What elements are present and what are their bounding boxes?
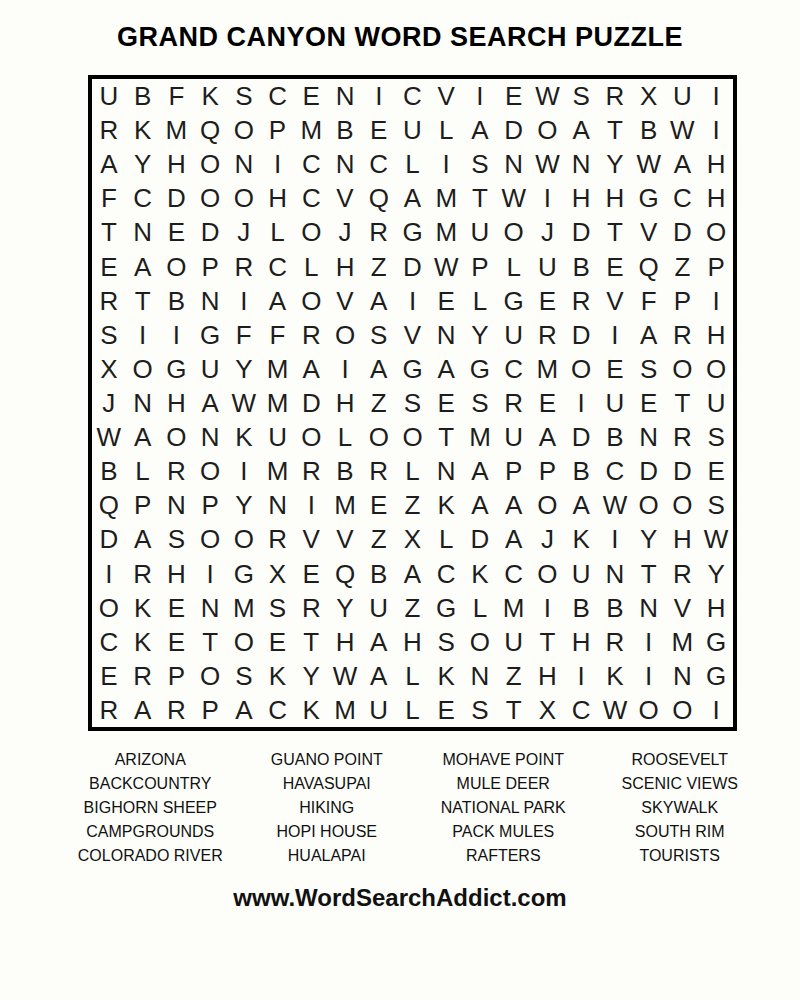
grid-cell[interactable]: O <box>227 522 261 556</box>
grid-cell[interactable]: S <box>564 79 598 113</box>
grid-cell[interactable]: Q <box>632 250 666 284</box>
grid-cell[interactable]: I <box>362 79 396 113</box>
grid-cell[interactable]: W <box>429 250 463 284</box>
grid-cell[interactable]: H <box>159 147 193 181</box>
grid-cell[interactable]: A <box>429 352 463 386</box>
grid-cell[interactable]: O <box>193 659 227 693</box>
grid-cell[interactable]: K <box>126 113 160 147</box>
grid-cell[interactable]: V <box>294 522 328 556</box>
grid-cell[interactable]: S <box>159 522 193 556</box>
grid-cell[interactable]: A <box>396 556 430 590</box>
grid-cell[interactable]: R <box>227 250 261 284</box>
grid-cell[interactable]: S <box>632 352 666 386</box>
grid-cell[interactable]: K <box>564 522 598 556</box>
grid-cell[interactable]: W <box>666 113 700 147</box>
grid-cell[interactable]: R <box>294 318 328 352</box>
grid-cell[interactable]: E <box>429 386 463 420</box>
grid-cell[interactable]: D <box>92 522 126 556</box>
grid-cell[interactable]: O <box>193 522 227 556</box>
grid-cell[interactable]: H <box>159 386 193 420</box>
grid-cell[interactable]: L <box>396 454 430 488</box>
grid-cell[interactable]: E <box>294 556 328 590</box>
grid-cell[interactable]: E <box>261 625 295 659</box>
grid-cell[interactable]: T <box>531 625 565 659</box>
grid-cell[interactable]: D <box>159 181 193 215</box>
grid-cell[interactable]: R <box>531 318 565 352</box>
grid-cell[interactable]: K <box>193 79 227 113</box>
grid-cell[interactable]: M <box>261 386 295 420</box>
grid-cell[interactable]: N <box>497 147 531 181</box>
grid-cell[interactable]: R <box>159 693 193 727</box>
grid-cell[interactable]: K <box>126 591 160 625</box>
grid-cell[interactable]: M <box>261 454 295 488</box>
grid-cell[interactable]: A <box>463 454 497 488</box>
grid-cell[interactable]: C <box>261 250 295 284</box>
grid-cell[interactable]: B <box>598 591 632 625</box>
grid-cell[interactable]: K <box>126 625 160 659</box>
grid-cell[interactable]: U <box>362 591 396 625</box>
grid-cell[interactable]: E <box>92 250 126 284</box>
grid-cell[interactable]: X <box>632 79 666 113</box>
grid-cell[interactable]: X <box>92 352 126 386</box>
grid-cell[interactable]: S <box>429 625 463 659</box>
grid-cell[interactable]: D <box>396 250 430 284</box>
grid-cell[interactable]: B <box>159 284 193 318</box>
grid-cell[interactable]: O <box>666 352 700 386</box>
grid-cell[interactable]: V <box>396 318 430 352</box>
grid-cell[interactable]: G <box>632 181 666 215</box>
grid-cell[interactable]: M <box>429 215 463 249</box>
grid-cell[interactable]: I <box>92 556 126 590</box>
grid-cell[interactable]: S <box>463 147 497 181</box>
grid-cell[interactable]: H <box>564 181 598 215</box>
grid-cell[interactable]: I <box>126 318 160 352</box>
grid-cell[interactable]: W <box>598 693 632 727</box>
grid-cell[interactable]: J <box>227 215 261 249</box>
grid-cell[interactable]: P <box>193 250 227 284</box>
grid-cell[interactable]: B <box>564 250 598 284</box>
grid-cell[interactable]: P <box>159 659 193 693</box>
grid-cell[interactable]: A <box>294 352 328 386</box>
grid-cell[interactable]: G <box>497 284 531 318</box>
grid-cell[interactable]: W <box>328 659 362 693</box>
grid-cell[interactable]: K <box>429 488 463 522</box>
grid-cell[interactable]: H <box>328 250 362 284</box>
grid-cell[interactable]: K <box>227 420 261 454</box>
grid-cell[interactable]: A <box>261 284 295 318</box>
grid-cell[interactable]: I <box>632 625 666 659</box>
grid-cell[interactable]: S <box>699 420 733 454</box>
grid-cell[interactable]: L <box>126 454 160 488</box>
grid-cell[interactable]: T <box>598 113 632 147</box>
grid-cell[interactable]: R <box>362 454 396 488</box>
grid-cell[interactable]: C <box>261 79 295 113</box>
grid-cell[interactable]: M <box>463 420 497 454</box>
grid-cell[interactable]: V <box>632 215 666 249</box>
grid-cell[interactable]: O <box>632 488 666 522</box>
grid-cell[interactable]: B <box>92 454 126 488</box>
grid-cell[interactable]: J <box>92 386 126 420</box>
grid-cell[interactable]: B <box>564 454 598 488</box>
grid-cell[interactable]: O <box>294 215 328 249</box>
grid-cell[interactable]: N <box>666 659 700 693</box>
grid-cell[interactable]: N <box>632 591 666 625</box>
grid-cell[interactable]: S <box>227 79 261 113</box>
grid-cell[interactable]: A <box>362 352 396 386</box>
grid-cell[interactable]: U <box>699 386 733 420</box>
grid-cell[interactable]: P <box>666 284 700 318</box>
grid-cell[interactable]: S <box>463 386 497 420</box>
grid-cell[interactable]: D <box>497 113 531 147</box>
grid-cell[interactable]: E <box>362 488 396 522</box>
grid-cell[interactable]: L <box>497 250 531 284</box>
grid-cell[interactable]: W <box>497 181 531 215</box>
grid-cell[interactable]: O <box>227 113 261 147</box>
grid-cell[interactable]: G <box>193 318 227 352</box>
grid-cell[interactable]: I <box>531 181 565 215</box>
grid-cell[interactable]: I <box>227 454 261 488</box>
grid-cell[interactable]: Z <box>666 250 700 284</box>
grid-cell[interactable]: T <box>666 386 700 420</box>
grid-cell[interactable]: D <box>666 215 700 249</box>
grid-cell[interactable]: I <box>396 284 430 318</box>
grid-cell[interactable]: M <box>497 591 531 625</box>
grid-cell[interactable]: Z <box>396 591 430 625</box>
grid-cell[interactable]: O <box>92 591 126 625</box>
grid-cell[interactable]: O <box>294 284 328 318</box>
grid-cell[interactable]: Z <box>362 250 396 284</box>
grid-cell[interactable]: A <box>362 625 396 659</box>
grid-cell[interactable]: C <box>261 693 295 727</box>
grid-cell[interactable]: E <box>531 284 565 318</box>
grid-cell[interactable]: G <box>159 352 193 386</box>
grid-cell[interactable]: I <box>227 284 261 318</box>
grid-cell[interactable]: T <box>497 693 531 727</box>
grid-cell[interactable]: D <box>463 522 497 556</box>
grid-cell[interactable]: M <box>294 113 328 147</box>
grid-cell[interactable]: X <box>396 522 430 556</box>
grid-cell[interactable]: N <box>193 284 227 318</box>
grid-cell[interactable]: O <box>126 352 160 386</box>
grid-cell[interactable]: S <box>261 591 295 625</box>
grid-cell[interactable]: M <box>666 625 700 659</box>
grid-cell[interactable]: W <box>632 147 666 181</box>
grid-cell[interactable]: O <box>193 181 227 215</box>
grid-cell[interactable]: L <box>396 147 430 181</box>
grid-cell[interactable]: U <box>463 215 497 249</box>
grid-cell[interactable]: H <box>666 522 700 556</box>
grid-cell[interactable]: F <box>632 284 666 318</box>
grid-cell[interactable]: Z <box>396 488 430 522</box>
grid-cell[interactable]: V <box>328 284 362 318</box>
grid-cell[interactable]: R <box>666 420 700 454</box>
grid-cell[interactable]: X <box>531 693 565 727</box>
grid-cell[interactable]: C <box>497 352 531 386</box>
grid-cell[interactable]: U <box>666 79 700 113</box>
grid-cell[interactable]: F <box>159 79 193 113</box>
grid-cell[interactable]: R <box>294 591 328 625</box>
grid-cell[interactable]: P <box>193 488 227 522</box>
grid-cell[interactable]: A <box>362 659 396 693</box>
grid-cell[interactable]: K <box>261 659 295 693</box>
grid-cell[interactable]: O <box>463 625 497 659</box>
grid-cell[interactable]: T <box>429 420 463 454</box>
grid-cell[interactable]: D <box>632 454 666 488</box>
grid-cell[interactable]: F <box>227 318 261 352</box>
grid-cell[interactable]: E <box>699 454 733 488</box>
grid-cell[interactable]: H <box>699 181 733 215</box>
grid-cell[interactable]: A <box>396 181 430 215</box>
grid-cell[interactable]: O <box>362 420 396 454</box>
grid-cell[interactable]: M <box>159 113 193 147</box>
grid-cell[interactable]: I <box>429 147 463 181</box>
grid-cell[interactable]: U <box>497 420 531 454</box>
grid-cell[interactable]: P <box>497 454 531 488</box>
grid-cell[interactable]: A <box>126 250 160 284</box>
grid-cell[interactable]: F <box>92 181 126 215</box>
grid-cell[interactable]: Y <box>227 488 261 522</box>
grid-cell[interactable]: D <box>666 454 700 488</box>
grid-cell[interactable]: Q <box>92 488 126 522</box>
grid-cell[interactable]: B <box>328 113 362 147</box>
grid-cell[interactable]: E <box>429 693 463 727</box>
grid-cell[interactable]: H <box>699 147 733 181</box>
grid-cell[interactable]: M <box>429 181 463 215</box>
grid-cell[interactable]: A <box>193 386 227 420</box>
grid-cell[interactable]: O <box>227 181 261 215</box>
grid-cell[interactable]: D <box>564 420 598 454</box>
grid-cell[interactable]: S <box>362 318 396 352</box>
grid-cell[interactable]: A <box>497 522 531 556</box>
grid-cell[interactable]: T <box>632 556 666 590</box>
grid-cell[interactable]: J <box>531 522 565 556</box>
grid-cell[interactable]: C <box>294 181 328 215</box>
grid-cell[interactable]: R <box>126 556 160 590</box>
grid-cell[interactable]: A <box>92 147 126 181</box>
grid-cell[interactable]: Y <box>126 147 160 181</box>
grid-cell[interactable]: W <box>92 420 126 454</box>
grid-cell[interactable]: N <box>126 386 160 420</box>
grid-cell[interactable]: O <box>227 625 261 659</box>
grid-cell[interactable]: A <box>564 488 598 522</box>
grid-cell[interactable]: A <box>463 488 497 522</box>
grid-cell[interactable]: I <box>294 488 328 522</box>
grid-cell[interactable]: R <box>598 625 632 659</box>
grid-cell[interactable]: A <box>362 284 396 318</box>
grid-cell[interactable]: O <box>666 693 700 727</box>
grid-cell[interactable]: L <box>463 591 497 625</box>
grid-cell[interactable]: O <box>396 420 430 454</box>
grid-cell[interactable]: T <box>193 625 227 659</box>
grid-cell[interactable]: R <box>362 215 396 249</box>
grid-cell[interactable]: C <box>666 181 700 215</box>
grid-cell[interactable]: I <box>699 79 733 113</box>
grid-cell[interactable]: W <box>531 147 565 181</box>
grid-cell[interactable]: I <box>598 522 632 556</box>
grid-cell[interactable]: E <box>632 386 666 420</box>
grid-cell[interactable]: K <box>598 659 632 693</box>
grid-cell[interactable]: Z <box>362 522 396 556</box>
grid-cell[interactable]: Y <box>463 318 497 352</box>
grid-cell[interactable]: L <box>294 250 328 284</box>
grid-cell[interactable]: N <box>463 659 497 693</box>
grid-cell[interactable]: B <box>564 591 598 625</box>
grid-cell[interactable]: C <box>598 454 632 488</box>
grid-cell[interactable]: D <box>564 215 598 249</box>
grid-cell[interactable]: S <box>699 488 733 522</box>
grid-cell[interactable]: L <box>463 284 497 318</box>
grid-cell[interactable]: V <box>328 181 362 215</box>
grid-cell[interactable]: V <box>328 522 362 556</box>
grid-cell[interactable]: C <box>362 147 396 181</box>
grid-cell[interactable]: C <box>497 556 531 590</box>
grid-cell[interactable]: I <box>699 113 733 147</box>
grid-cell[interactable]: A <box>463 113 497 147</box>
grid-cell[interactable]: K <box>463 556 497 590</box>
grid-cell[interactable]: E <box>598 250 632 284</box>
grid-cell[interactable]: O <box>328 318 362 352</box>
grid-cell[interactable]: Q <box>328 556 362 590</box>
grid-cell[interactable]: V <box>598 284 632 318</box>
grid-cell[interactable]: R <box>126 659 160 693</box>
grid-cell[interactable]: C <box>294 147 328 181</box>
grid-cell[interactable]: S <box>463 693 497 727</box>
grid-cell[interactable]: Y <box>632 522 666 556</box>
grid-cell[interactable]: Z <box>362 386 396 420</box>
grid-cell[interactable]: G <box>429 591 463 625</box>
grid-cell[interactable]: E <box>497 79 531 113</box>
grid-cell[interactable]: Y <box>598 147 632 181</box>
grid-cell[interactable]: A <box>126 693 160 727</box>
grid-cell[interactable]: T <box>92 215 126 249</box>
grid-cell[interactable]: N <box>429 318 463 352</box>
grid-cell[interactable]: O <box>531 488 565 522</box>
grid-cell[interactable]: T <box>126 284 160 318</box>
grid-cell[interactable]: G <box>396 215 430 249</box>
grid-cell[interactable]: E <box>294 79 328 113</box>
grid-cell[interactable]: I <box>193 556 227 590</box>
grid-cell[interactable]: M <box>261 352 295 386</box>
grid-cell[interactable]: Q <box>193 113 227 147</box>
grid-cell[interactable]: T <box>294 625 328 659</box>
grid-cell[interactable]: H <box>328 625 362 659</box>
grid-cell[interactable]: O <box>193 454 227 488</box>
grid-cell[interactable]: O <box>294 420 328 454</box>
grid-cell[interactable]: D <box>193 215 227 249</box>
grid-cell[interactable]: I <box>564 386 598 420</box>
grid-cell[interactable]: N <box>126 215 160 249</box>
grid-cell[interactable]: G <box>396 352 430 386</box>
grid-cell[interactable]: O <box>666 488 700 522</box>
grid-cell[interactable]: O <box>699 215 733 249</box>
grid-cell[interactable]: N <box>598 556 632 590</box>
grid-cell[interactable]: B <box>632 113 666 147</box>
grid-cell[interactable]: H <box>564 625 598 659</box>
grid-cell[interactable]: C <box>396 79 430 113</box>
grid-cell[interactable]: B <box>126 79 160 113</box>
grid-cell[interactable]: B <box>328 454 362 488</box>
grid-cell[interactable]: N <box>632 420 666 454</box>
grid-cell[interactable]: I <box>564 659 598 693</box>
grid-cell[interactable]: P <box>261 113 295 147</box>
grid-cell[interactable]: I <box>699 693 733 727</box>
grid-cell[interactable]: B <box>362 556 396 590</box>
grid-cell[interactable]: V <box>666 591 700 625</box>
grid-cell[interactable]: G <box>227 556 261 590</box>
grid-cell[interactable]: E <box>531 386 565 420</box>
grid-cell[interactable]: U <box>261 420 295 454</box>
grid-cell[interactable]: U <box>193 352 227 386</box>
grid-cell[interactable]: W <box>699 522 733 556</box>
grid-cell[interactable]: R <box>159 454 193 488</box>
grid-cell[interactable]: E <box>159 625 193 659</box>
grid-cell[interactable]: Z <box>497 659 531 693</box>
grid-cell[interactable]: O <box>159 420 193 454</box>
grid-cell[interactable]: Y <box>294 659 328 693</box>
grid-cell[interactable]: Y <box>328 591 362 625</box>
grid-cell[interactable]: I <box>598 318 632 352</box>
grid-cell[interactable]: S <box>227 659 261 693</box>
grid-cell[interactable]: O <box>497 215 531 249</box>
grid-cell[interactable]: P <box>193 693 227 727</box>
grid-cell[interactable]: O <box>159 250 193 284</box>
grid-cell[interactable]: A <box>531 420 565 454</box>
grid-cell[interactable]: P <box>126 488 160 522</box>
grid-cell[interactable]: X <box>261 556 295 590</box>
grid-cell[interactable]: U <box>92 79 126 113</box>
grid-cell[interactable]: L <box>261 215 295 249</box>
grid-cell[interactable]: A <box>632 318 666 352</box>
grid-cell[interactable]: H <box>699 591 733 625</box>
grid-cell[interactable]: R <box>92 284 126 318</box>
grid-cell[interactable]: R <box>92 113 126 147</box>
grid-cell[interactable]: M <box>328 693 362 727</box>
grid-cell[interactable]: N <box>261 488 295 522</box>
grid-cell[interactable]: A <box>564 113 598 147</box>
grid-cell[interactable]: H <box>328 386 362 420</box>
grid-cell[interactable]: H <box>699 318 733 352</box>
grid-cell[interactable]: R <box>497 386 531 420</box>
grid-cell[interactable]: I <box>699 284 733 318</box>
grid-cell[interactable]: N <box>193 591 227 625</box>
grid-cell[interactable]: U <box>598 386 632 420</box>
grid-cell[interactable]: O <box>564 352 598 386</box>
grid-cell[interactable]: W <box>227 386 261 420</box>
grid-cell[interactable]: I <box>463 79 497 113</box>
grid-cell[interactable]: G <box>463 352 497 386</box>
grid-cell[interactable]: H <box>159 556 193 590</box>
grid-cell[interactable]: L <box>429 522 463 556</box>
grid-cell[interactable]: E <box>598 352 632 386</box>
grid-cell[interactable]: A <box>126 522 160 556</box>
grid-cell[interactable]: R <box>92 693 126 727</box>
grid-cell[interactable]: F <box>261 318 295 352</box>
grid-cell[interactable]: N <box>429 454 463 488</box>
grid-cell[interactable]: R <box>564 284 598 318</box>
grid-cell[interactable]: K <box>294 693 328 727</box>
grid-cell[interactable]: E <box>429 284 463 318</box>
grid-cell[interactable]: L <box>396 659 430 693</box>
grid-cell[interactable]: S <box>396 386 430 420</box>
grid-cell[interactable]: U <box>362 693 396 727</box>
grid-cell[interactable]: M <box>328 488 362 522</box>
grid-cell[interactable]: U <box>564 556 598 590</box>
grid-cell[interactable]: H <box>396 625 430 659</box>
grid-cell[interactable]: I <box>531 591 565 625</box>
grid-cell[interactable]: N <box>328 147 362 181</box>
grid-cell[interactable]: R <box>294 454 328 488</box>
grid-cell[interactable]: W <box>531 79 565 113</box>
